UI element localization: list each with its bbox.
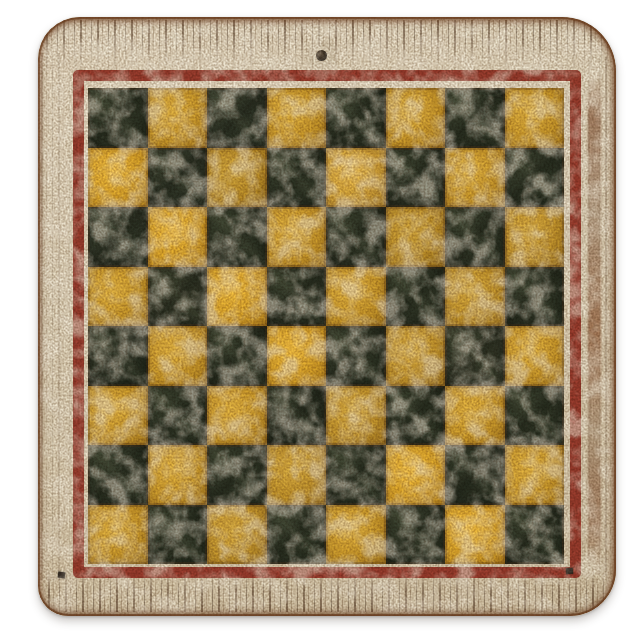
board-square[interactable]	[88, 207, 148, 267]
board-square[interactable]	[88, 267, 148, 327]
board-square[interactable]	[148, 267, 208, 327]
board-square[interactable]	[326, 207, 386, 267]
photo-background	[0, 0, 635, 635]
board-square[interactable]	[386, 148, 446, 208]
board-square[interactable]	[386, 326, 446, 386]
board-square[interactable]	[326, 88, 386, 148]
board-square[interactable]	[207, 148, 267, 208]
board-square[interactable]	[207, 207, 267, 267]
board-square[interactable]	[88, 505, 148, 565]
board-square[interactable]	[386, 386, 446, 446]
board-square[interactable]	[505, 88, 565, 148]
board-square[interactable]	[207, 505, 267, 565]
board-square[interactable]	[386, 207, 446, 267]
board-square[interactable]	[505, 207, 565, 267]
board-square[interactable]	[326, 326, 386, 386]
board-square[interactable]	[207, 88, 267, 148]
board-square[interactable]	[386, 505, 446, 565]
board-square[interactable]	[267, 386, 327, 446]
board-square[interactable]	[148, 207, 208, 267]
board-square[interactable]	[505, 267, 565, 327]
board-square[interactable]	[148, 505, 208, 565]
board-square[interactable]	[148, 148, 208, 208]
board-square[interactable]	[445, 88, 505, 148]
board-square[interactable]	[267, 445, 327, 505]
board-square[interactable]	[445, 445, 505, 505]
rust-streak	[588, 72, 601, 571]
board-square[interactable]	[267, 207, 327, 267]
board-square[interactable]	[148, 445, 208, 505]
board-square[interactable]	[88, 88, 148, 148]
tack-mark	[566, 568, 573, 575]
board-square[interactable]	[88, 445, 148, 505]
board-square[interactable]	[326, 386, 386, 446]
board-square[interactable]	[326, 148, 386, 208]
board-square[interactable]	[148, 326, 208, 386]
board-square[interactable]	[386, 88, 446, 148]
board-square[interactable]	[386, 267, 446, 327]
board-square[interactable]	[207, 326, 267, 386]
board-square[interactable]	[267, 88, 327, 148]
board-square[interactable]	[505, 505, 565, 565]
tack-mark	[58, 572, 66, 579]
board-square[interactable]	[267, 148, 327, 208]
board-square[interactable]	[207, 386, 267, 446]
board-square[interactable]	[445, 326, 505, 386]
board-square[interactable]	[505, 386, 565, 446]
board-square[interactable]	[326, 267, 386, 327]
board-square[interactable]	[505, 148, 565, 208]
board-square[interactable]	[445, 207, 505, 267]
board-square[interactable]	[88, 148, 148, 208]
board-square[interactable]	[505, 326, 565, 386]
checkerboard-grid	[88, 88, 564, 564]
board-square[interactable]	[207, 445, 267, 505]
board-square[interactable]	[505, 445, 565, 505]
board-square[interactable]	[445, 267, 505, 327]
board-square[interactable]	[445, 148, 505, 208]
board-square[interactable]	[445, 505, 505, 565]
border-wear-streaks-top	[46, 20, 608, 72]
board-square[interactable]	[445, 386, 505, 446]
hanging-hole	[316, 50, 327, 61]
board-square[interactable]	[267, 267, 327, 327]
board-square[interactable]	[267, 326, 327, 386]
board-square[interactable]	[267, 505, 327, 565]
board-square[interactable]	[207, 267, 267, 327]
board-square[interactable]	[88, 326, 148, 386]
board-square[interactable]	[326, 445, 386, 505]
game-board	[38, 17, 616, 616]
board-square[interactable]	[148, 386, 208, 446]
board-square[interactable]	[148, 88, 208, 148]
board-square[interactable]	[326, 505, 386, 565]
board-square[interactable]	[88, 386, 148, 446]
board-square[interactable]	[386, 445, 446, 505]
